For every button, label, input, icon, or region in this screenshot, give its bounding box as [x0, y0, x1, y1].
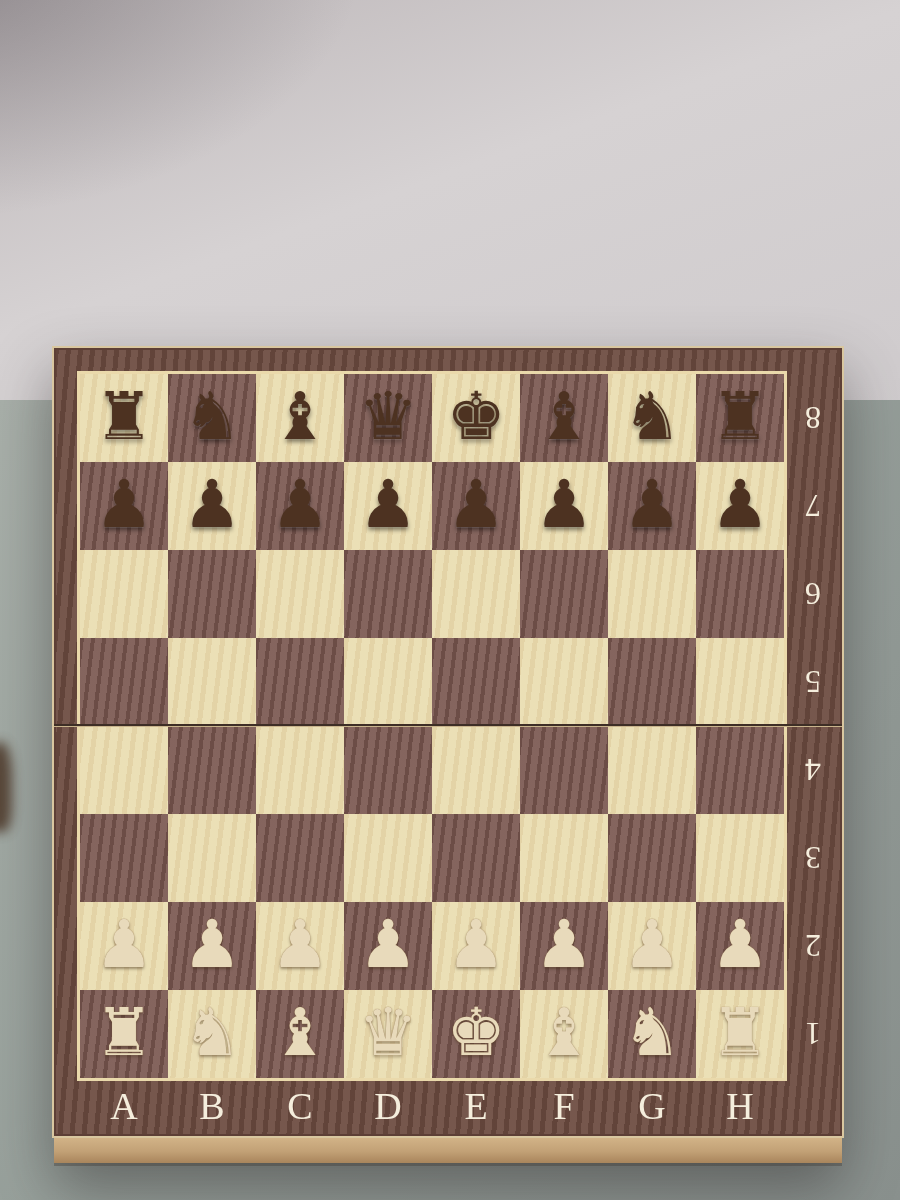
rank-label-8: 8 — [784, 374, 842, 462]
black-bishop-c8[interactable]: ♝ — [256, 374, 344, 462]
black-knight-g8[interactable]: ♞ — [608, 374, 696, 462]
rank-label-2: 2 — [784, 902, 842, 990]
rank-label-3: 3 — [784, 814, 842, 902]
square-a5[interactable] — [80, 638, 168, 726]
white-pawn-a2[interactable]: ♟ — [80, 902, 168, 990]
square-c4[interactable] — [256, 726, 344, 814]
square-f1[interactable]: ♝ — [520, 990, 608, 1078]
square-f5[interactable] — [520, 638, 608, 726]
white-pawn-g2[interactable]: ♟ — [608, 902, 696, 990]
square-c7[interactable]: ♟ — [256, 462, 344, 550]
square-g7[interactable]: ♟ — [608, 462, 696, 550]
square-a8[interactable]: ♜ — [80, 374, 168, 462]
black-pawn-d7[interactable]: ♟ — [344, 462, 432, 550]
square-h5[interactable] — [696, 638, 784, 726]
square-e6[interactable] — [432, 550, 520, 638]
square-h6[interactable] — [696, 550, 784, 638]
black-pawn-c7[interactable]: ♟ — [256, 462, 344, 550]
square-f2[interactable]: ♟ — [520, 902, 608, 990]
square-g5[interactable] — [608, 638, 696, 726]
white-pawn-f2[interactable]: ♟ — [520, 902, 608, 990]
rank-label-4: 4 — [784, 726, 842, 814]
white-pawn-h2[interactable]: ♟ — [696, 902, 784, 990]
square-e1[interactable]: ♚ — [432, 990, 520, 1078]
square-e4[interactable] — [432, 726, 520, 814]
square-c3[interactable] — [256, 814, 344, 902]
square-e7[interactable]: ♟ — [432, 462, 520, 550]
square-b1[interactable]: ♞ — [168, 990, 256, 1078]
file-labels: ABCDEFGH — [80, 1078, 784, 1136]
square-c5[interactable] — [256, 638, 344, 726]
rank-label-1: 1 — [784, 990, 842, 1078]
square-h4[interactable] — [696, 726, 784, 814]
square-f4[interactable] — [520, 726, 608, 814]
square-c1[interactable]: ♝ — [256, 990, 344, 1078]
black-knight-b8[interactable]: ♞ — [168, 374, 256, 462]
fold-seam — [54, 724, 842, 729]
square-d4[interactable] — [344, 726, 432, 814]
square-h2[interactable]: ♟ — [696, 902, 784, 990]
file-label-g: G — [608, 1078, 696, 1136]
rank-label-6: 6 — [784, 550, 842, 638]
square-a4[interactable] — [80, 726, 168, 814]
black-pawn-a7[interactable]: ♟ — [80, 462, 168, 550]
square-c8[interactable]: ♝ — [256, 374, 344, 462]
square-g3[interactable] — [608, 814, 696, 902]
square-d5[interactable] — [344, 638, 432, 726]
black-pawn-h7[interactable]: ♟ — [696, 462, 784, 550]
square-h8[interactable]: ♜ — [696, 374, 784, 462]
white-rook-h1[interactable]: ♜ — [696, 990, 784, 1078]
square-b8[interactable]: ♞ — [168, 374, 256, 462]
black-pawn-e7[interactable]: ♟ — [432, 462, 520, 550]
file-label-e: E — [432, 1078, 520, 1136]
white-king-e1[interactable]: ♚ — [432, 990, 520, 1078]
file-label-c: C — [256, 1078, 344, 1136]
file-label-f: F — [520, 1078, 608, 1136]
chess-set-photo: ♜♞♝♛♚♝♞♜♟♟♟♟♟♟♟♟♟♟♟♟♟♟♟♟♜♞♝♛♚♝♞♜ ABCDEFG… — [0, 0, 900, 1200]
square-a3[interactable] — [80, 814, 168, 902]
square-h3[interactable] — [696, 814, 784, 902]
square-d8[interactable]: ♛ — [344, 374, 432, 462]
black-pawn-g7[interactable]: ♟ — [608, 462, 696, 550]
square-a7[interactable]: ♟ — [80, 462, 168, 550]
square-f8[interactable]: ♝ — [520, 374, 608, 462]
white-queen-d1[interactable]: ♛ — [344, 990, 432, 1078]
square-e5[interactable] — [432, 638, 520, 726]
white-rook-a1[interactable]: ♜ — [80, 990, 168, 1078]
white-pawn-d2[interactable]: ♟ — [344, 902, 432, 990]
black-pawn-f7[interactable]: ♟ — [520, 462, 608, 550]
white-pawn-c2[interactable]: ♟ — [256, 902, 344, 990]
file-label-b: B — [168, 1078, 256, 1136]
square-e2[interactable]: ♟ — [432, 902, 520, 990]
white-bishop-c1[interactable]: ♝ — [256, 990, 344, 1078]
white-knight-b1[interactable]: ♞ — [168, 990, 256, 1078]
square-c2[interactable]: ♟ — [256, 902, 344, 990]
file-label-d: D — [344, 1078, 432, 1136]
square-g4[interactable] — [608, 726, 696, 814]
rank-label-7: 7 — [784, 462, 842, 550]
square-d6[interactable] — [344, 550, 432, 638]
square-h1[interactable]: ♜ — [696, 990, 784, 1078]
square-c6[interactable] — [256, 550, 344, 638]
square-g8[interactable]: ♞ — [608, 374, 696, 462]
white-knight-g1[interactable]: ♞ — [608, 990, 696, 1078]
square-b6[interactable] — [168, 550, 256, 638]
square-d2[interactable]: ♟ — [344, 902, 432, 990]
square-f7[interactable]: ♟ — [520, 462, 608, 550]
square-h7[interactable]: ♟ — [696, 462, 784, 550]
black-king-e8[interactable]: ♚ — [432, 374, 520, 462]
square-b5[interactable] — [168, 638, 256, 726]
square-f3[interactable] — [520, 814, 608, 902]
black-bishop-f8[interactable]: ♝ — [520, 374, 608, 462]
black-queen-d8[interactable]: ♛ — [344, 374, 432, 462]
file-label-h: H — [696, 1078, 784, 1136]
file-label-a: A — [80, 1078, 168, 1136]
square-b2[interactable]: ♟ — [168, 902, 256, 990]
square-a2[interactable]: ♟ — [80, 902, 168, 990]
square-d3[interactable] — [344, 814, 432, 902]
black-rook-a8[interactable]: ♜ — [80, 374, 168, 462]
square-b4[interactable] — [168, 726, 256, 814]
square-a6[interactable] — [80, 550, 168, 638]
square-f6[interactable] — [520, 550, 608, 638]
rank-label-5: 5 — [784, 638, 842, 726]
black-rook-h8[interactable]: ♜ — [696, 374, 784, 462]
white-bishop-f1[interactable]: ♝ — [520, 990, 608, 1078]
square-d7[interactable]: ♟ — [344, 462, 432, 550]
square-e8[interactable]: ♚ — [432, 374, 520, 462]
white-pawn-b2[interactable]: ♟ — [168, 902, 256, 990]
board-side-edge — [54, 1136, 842, 1163]
square-b7[interactable]: ♟ — [168, 462, 256, 550]
black-pawn-b7[interactable]: ♟ — [168, 462, 256, 550]
square-g2[interactable]: ♟ — [608, 902, 696, 990]
board-frame: ♜♞♝♛♚♝♞♜♟♟♟♟♟♟♟♟♟♟♟♟♟♟♟♟♜♞♝♛♚♝♞♜ ABCDEFG… — [54, 348, 842, 1136]
chess-board: ♜♞♝♛♚♝♞♜♟♟♟♟♟♟♟♟♟♟♟♟♟♟♟♟♜♞♝♛♚♝♞♜ ABCDEFG… — [54, 348, 842, 1163]
square-b3[interactable] — [168, 814, 256, 902]
square-a1[interactable]: ♜ — [80, 990, 168, 1078]
square-d1[interactable]: ♛ — [344, 990, 432, 1078]
square-g1[interactable]: ♞ — [608, 990, 696, 1078]
white-pawn-e2[interactable]: ♟ — [432, 902, 520, 990]
square-e3[interactable] — [432, 814, 520, 902]
square-g6[interactable] — [608, 550, 696, 638]
